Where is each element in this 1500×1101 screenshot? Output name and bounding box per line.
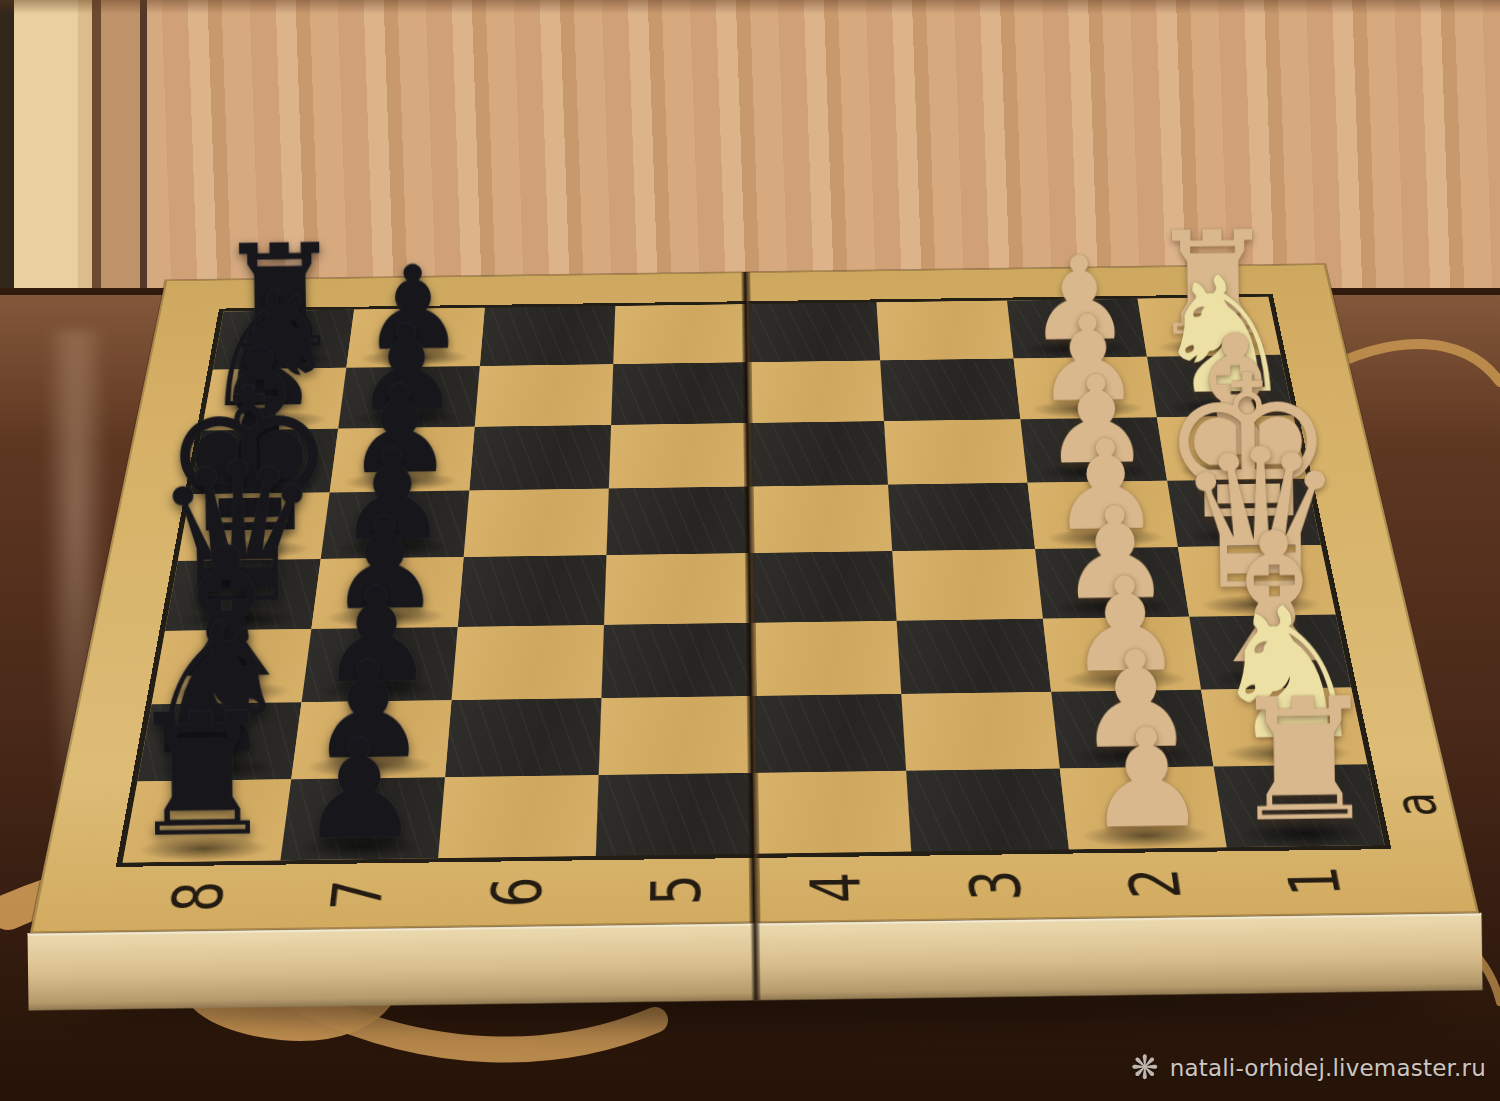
square-f6[interactable] <box>469 425 611 491</box>
square-c6[interactable] <box>451 625 604 700</box>
square-c4[interactable] <box>750 621 901 696</box>
square-e5[interactable] <box>606 487 749 556</box>
square-b5[interactable] <box>599 696 753 775</box>
square-a8[interactable]: ♜ <box>123 779 292 862</box>
black-rook[interactable]: ♜ <box>125 695 278 857</box>
square-g6[interactable] <box>475 364 614 427</box>
board-tilt-wrapper: ♜♟♟♜♞♟♟♞♝♟♟♝♚♟♟♚♛♟♟♛♝♟♟♝♞♟♟♞♜♟♟♜ 8765432… <box>0 0 1500 1101</box>
square-a5[interactable] <box>596 773 754 856</box>
square-b4[interactable] <box>751 694 906 773</box>
square-g4[interactable] <box>747 360 884 423</box>
square-g3[interactable] <box>880 359 1020 422</box>
square-d4[interactable] <box>749 551 896 623</box>
square-e4[interactable] <box>748 485 892 553</box>
square-a7[interactable]: ♟ <box>280 777 445 860</box>
white-pawn[interactable]: ♟ <box>1084 712 1208 844</box>
square-c3[interactable] <box>897 619 1052 694</box>
square-e6[interactable] <box>464 488 609 557</box>
square-a4[interactable] <box>752 771 911 854</box>
mandala-icon: ❋ <box>1131 1048 1159 1087</box>
chess-board: ♜♟♟♜♞♟♟♞♝♟♟♝♚♟♟♚♛♟♟♛♝♟♟♝♞♟♟♞♜♟♟♜ 8765432… <box>30 264 1479 933</box>
square-a6[interactable] <box>438 775 599 858</box>
square-a2[interactable]: ♟ <box>1060 766 1227 849</box>
square-a3[interactable] <box>906 769 1069 852</box>
black-pawn[interactable]: ♟ <box>297 723 421 855</box>
watermark: ❋ natali-orhidej.livemaster.ru <box>1131 1048 1486 1087</box>
square-a1[interactable]: ♜ <box>1214 764 1385 847</box>
square-e3[interactable] <box>888 483 1035 551</box>
board-side-hinge-gap <box>751 923 761 1001</box>
square-b6[interactable] <box>445 698 601 777</box>
white-rook[interactable]: ♜ <box>1227 680 1380 842</box>
square-b3[interactable] <box>901 692 1060 771</box>
watermark-text: natali-orhidej.livemaster.ru <box>1170 1055 1486 1081</box>
